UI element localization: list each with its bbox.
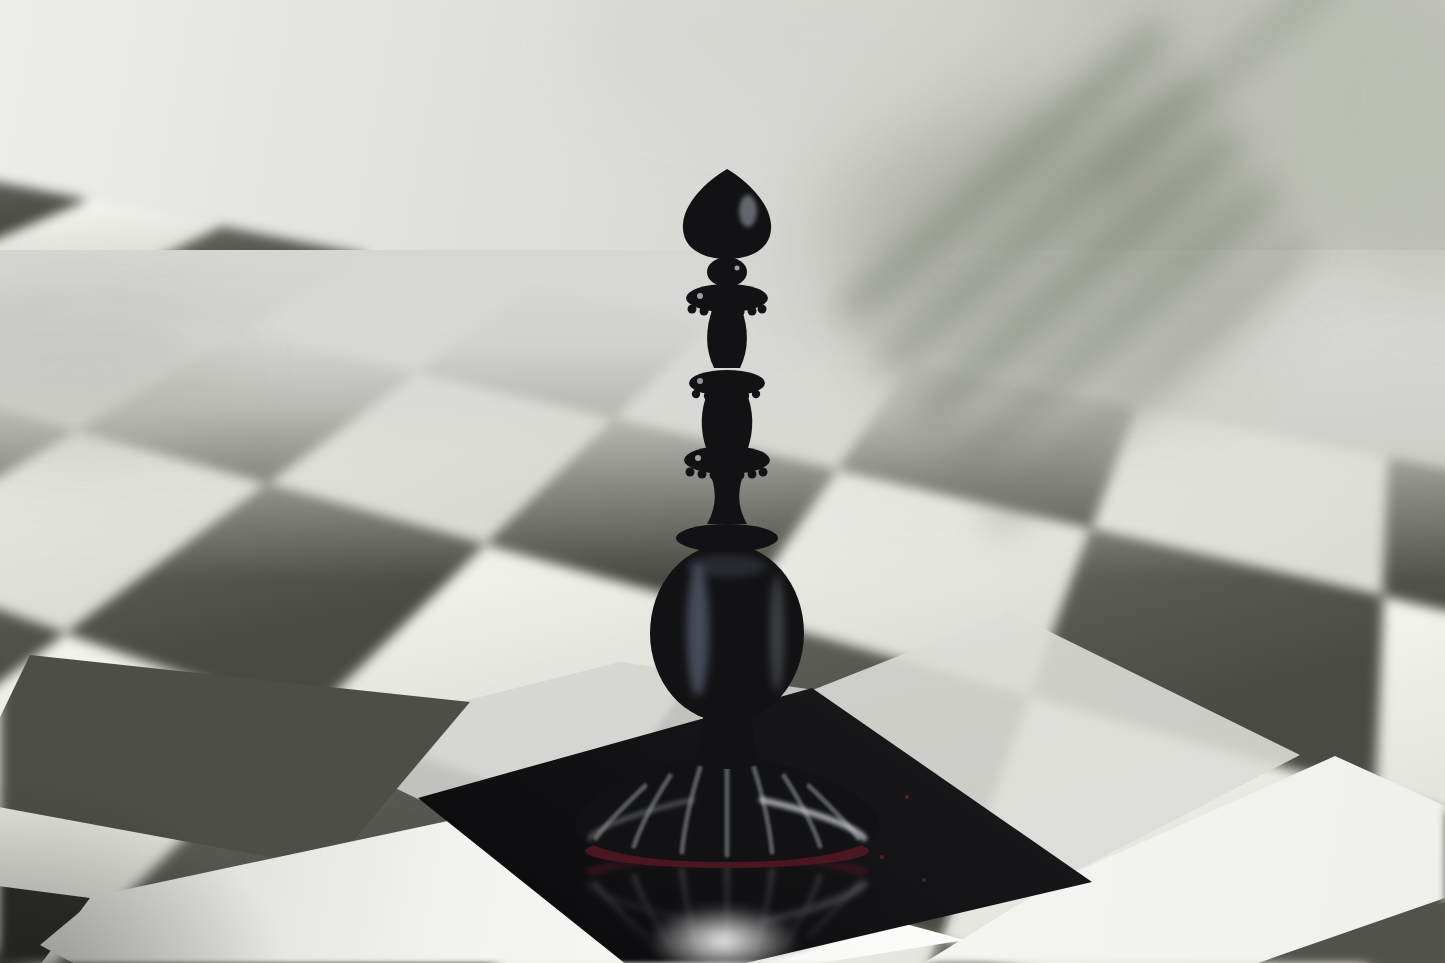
board-square	[943, 698, 1372, 963]
board-square	[0, 0, 1445, 963]
board-square	[0, 296, 239, 429]
board-square	[0, 296, 239, 429]
board-square	[1377, 598, 1445, 905]
board-square	[0, 0, 1445, 963]
board-square	[0, 0, 1445, 963]
horizon-haze	[0, 250, 1445, 580]
board-square	[0, 0, 1445, 963]
board-square	[0, 384, 74, 559]
board-square	[0, 0, 1445, 963]
board-square	[0, 849, 43, 963]
board-square	[0, 0, 1445, 963]
chessboard-blurred-layer	[0, 0, 1445, 963]
board-square	[0, 0, 1445, 963]
bokeh-blob	[830, 90, 1260, 400]
board-square	[1385, 458, 1445, 673]
board-square	[383, 821, 936, 963]
board-square	[243, 256, 530, 372]
board-square	[0, 176, 87, 262]
board-square	[0, 0, 1445, 963]
board-square	[1377, 598, 1445, 905]
board-square	[0, 431, 264, 631]
board-square	[598, 616, 1027, 937]
reflection-highlight	[648, 905, 798, 963]
board-square	[311, 546, 734, 816]
dark-square	[0, 0, 1445, 963]
board-square	[0, 0, 1445, 963]
board-square	[0, 562, 62, 844]
black-bishop-piece	[560, 160, 900, 963]
palm-frond-blur	[1094, 0, 1357, 193]
board-square	[79, 333, 415, 482]
dark-square	[0, 0, 1445, 963]
board-square	[0, 849, 43, 963]
board-square	[270, 373, 612, 542]
board-square	[739, 471, 1088, 694]
board-square	[0, 0, 1445, 963]
palm-frond-blur	[909, 125, 1246, 432]
board-square	[0, 431, 264, 631]
bokeh-blob	[0, 290, 220, 450]
chessboard-sharp-layer	[0, 0, 1445, 963]
board-square	[68, 485, 482, 716]
board-square	[0, 0, 1445, 963]
board-square	[0, 384, 74, 559]
piece-reflection	[560, 160, 900, 963]
board-grid	[0, 0, 1445, 963]
board-square	[839, 363, 1134, 527]
board-square	[0, 0, 1445, 963]
board-square	[0, 0, 1445, 963]
board-square	[0, 0, 1445, 963]
board-square	[0, 635, 304, 963]
board-square	[0, 0, 1445, 963]
board-square	[383, 821, 936, 963]
board-square	[0, 0, 1445, 963]
board-square	[1032, 530, 1381, 790]
board-square	[0, 263, 81, 382]
white-square	[0, 0, 1445, 963]
board-square	[0, 0, 1445, 963]
white-square	[0, 0, 1445, 963]
board-square	[0, 0, 1445, 963]
palm-frond-blur	[981, 229, 1318, 536]
palm-frond-blur	[873, 71, 1210, 378]
board-square	[1366, 794, 1445, 963]
bokeh-blob	[580, 0, 1100, 120]
board-square	[0, 0, 1445, 963]
board-square	[311, 546, 734, 816]
white-square	[0, 0, 1445, 963]
board-square	[802, 942, 1359, 963]
board-square	[0, 0, 1445, 963]
felt-dust-speck	[905, 795, 909, 799]
dark-square	[0, 0, 1445, 963]
bokeh-blob	[1226, 0, 1445, 335]
felt-dust-speck	[922, 878, 926, 882]
board-square	[1366, 794, 1445, 963]
board-square	[0, 0, 1445, 963]
board-square	[68, 485, 482, 716]
board-square	[0, 0, 1445, 963]
board-square	[51, 720, 591, 963]
felt-rim	[585, 834, 869, 868]
board-square	[0, 176, 87, 262]
board-square	[943, 698, 1372, 963]
board-square	[802, 942, 1359, 963]
felt-dust-speck	[880, 855, 884, 859]
bokeh-blob	[960, 0, 1445, 260]
board-square	[0, 0, 1445, 963]
board-grid	[0, 0, 1445, 963]
board-square	[1385, 458, 1445, 673]
board-square	[419, 288, 710, 417]
board-square	[488, 419, 835, 612]
board-square	[1093, 407, 1386, 594]
board-square	[488, 419, 835, 612]
board-square	[86, 226, 368, 330]
background-foliage	[0, 0, 1445, 963]
photo-scene: ♝	[0, 0, 1445, 963]
board-square	[1032, 530, 1381, 790]
corner-vignette	[0, 0, 1445, 963]
board-square	[79, 333, 415, 482]
board-square	[0, 635, 304, 963]
palm-frond-blur	[945, 177, 1282, 484]
board-square	[51, 720, 591, 963]
board-square	[0, 200, 221, 295]
board-square	[739, 471, 1088, 694]
board-square	[243, 256, 530, 372]
board-square	[0, 562, 62, 844]
board-square	[270, 373, 612, 542]
black-square-under-piece	[0, 0, 1445, 963]
board-square	[0, 0, 1445, 963]
board-square	[419, 288, 710, 417]
palm-frond-blur	[837, 19, 1174, 326]
board-square	[0, 200, 221, 295]
board-square	[598, 616, 1027, 937]
board-square	[86, 226, 368, 330]
board-square	[839, 363, 1134, 527]
board-square	[0, 263, 81, 382]
board-square	[616, 323, 909, 468]
white-square	[0, 0, 1445, 963]
board-square	[616, 323, 909, 468]
board-square	[1093, 407, 1386, 594]
